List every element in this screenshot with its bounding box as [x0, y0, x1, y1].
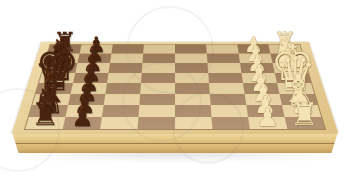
- pieces-layer: ♜♞♝♛♚♝♞♜♟♟♟♟♟♟♟♟♟♟♟♟♟♟♟♟♜♞♝♛♚♝♞♜: [0, 0, 350, 185]
- piece-black-pawn-a7[interactable]: ♟: [71, 105, 93, 130]
- chess-photo-stage: ♜♞♝♛♚♝♞♜♟♟♟♟♟♟♟♟♟♟♟♟♟♟♟♟♜♞♝♛♚♝♞♜: [0, 0, 350, 185]
- piece-white-rook-a1[interactable]: ♜: [290, 99, 318, 131]
- piece-black-rook-a8[interactable]: ♜: [31, 99, 59, 131]
- piece-white-pawn-a2[interactable]: ♟: [256, 105, 278, 130]
